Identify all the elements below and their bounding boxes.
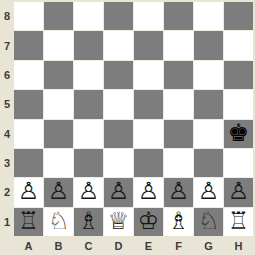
square-b6[interactable] xyxy=(44,61,73,89)
square-g8[interactable] xyxy=(194,2,223,30)
chess-diagram: 87654321 ♚♙♙♙♙♙♙♙♙♖♘♗♕♔♗♘♖ ABCDEFGH xyxy=(0,0,255,255)
square-e2[interactable]: ♙ xyxy=(134,178,163,206)
square-c8[interactable] xyxy=(74,2,103,30)
square-a4[interactable] xyxy=(14,120,43,148)
file-label-g: G xyxy=(194,236,223,255)
square-f1[interactable]: ♗ xyxy=(164,208,193,236)
file-label-a: A xyxy=(14,236,43,255)
square-h1[interactable]: ♖ xyxy=(224,208,253,236)
square-f2[interactable]: ♙ xyxy=(164,178,193,206)
square-h6[interactable] xyxy=(224,61,253,89)
piece-white-pawn[interactable]: ♙ xyxy=(198,179,220,203)
piece-white-king[interactable]: ♔ xyxy=(138,209,160,233)
square-e1[interactable]: ♔ xyxy=(134,208,163,236)
square-f6[interactable] xyxy=(164,61,193,89)
piece-white-pawn[interactable]: ♙ xyxy=(78,179,100,203)
file-label-e: E xyxy=(134,236,163,255)
square-e7[interactable] xyxy=(134,31,163,59)
square-h3[interactable] xyxy=(224,149,253,177)
square-g3[interactable] xyxy=(194,149,223,177)
square-g6[interactable] xyxy=(194,61,223,89)
square-b3[interactable] xyxy=(44,149,73,177)
square-f7[interactable] xyxy=(164,31,193,59)
rank-label-8: 8 xyxy=(0,2,14,30)
square-h4[interactable]: ♚ xyxy=(224,120,253,148)
square-h7[interactable] xyxy=(224,31,253,59)
square-c6[interactable] xyxy=(74,61,103,89)
square-a6[interactable] xyxy=(14,61,43,89)
piece-white-pawn[interactable]: ♙ xyxy=(48,179,70,203)
square-d4[interactable] xyxy=(104,120,133,148)
square-g4[interactable] xyxy=(194,120,223,148)
square-d6[interactable] xyxy=(104,61,133,89)
square-c7[interactable] xyxy=(74,31,103,59)
rank-labels: 87654321 xyxy=(0,2,14,236)
square-f8[interactable] xyxy=(164,2,193,30)
piece-white-pawn[interactable]: ♙ xyxy=(108,179,130,203)
square-a2[interactable]: ♙ xyxy=(14,178,43,206)
square-a3[interactable] xyxy=(14,149,43,177)
square-g5[interactable] xyxy=(194,90,223,118)
piece-white-knight[interactable]: ♘ xyxy=(198,209,220,233)
square-b2[interactable]: ♙ xyxy=(44,178,73,206)
square-c2[interactable]: ♙ xyxy=(74,178,103,206)
file-labels: ABCDEFGH xyxy=(14,236,253,255)
square-b7[interactable] xyxy=(44,31,73,59)
square-d7[interactable] xyxy=(104,31,133,59)
square-b8[interactable] xyxy=(44,2,73,30)
square-c3[interactable] xyxy=(74,149,103,177)
square-d8[interactable] xyxy=(104,2,133,30)
piece-white-rook[interactable]: ♖ xyxy=(228,209,250,233)
rank-label-4: 4 xyxy=(0,120,14,148)
file-label-c: C xyxy=(74,236,103,255)
square-b5[interactable] xyxy=(44,90,73,118)
square-e8[interactable] xyxy=(134,2,163,30)
piece-white-knight[interactable]: ♘ xyxy=(48,209,70,233)
piece-white-pawn[interactable]: ♙ xyxy=(228,179,250,203)
file-label-d: D xyxy=(104,236,133,255)
rank-label-7: 7 xyxy=(0,31,14,59)
square-c4[interactable] xyxy=(74,120,103,148)
square-b1[interactable]: ♘ xyxy=(44,208,73,236)
piece-white-bishop[interactable]: ♗ xyxy=(78,209,100,233)
square-b4[interactable] xyxy=(44,120,73,148)
square-h5[interactable] xyxy=(224,90,253,118)
piece-white-pawn[interactable]: ♙ xyxy=(138,179,160,203)
rank-label-6: 6 xyxy=(0,61,14,89)
square-c1[interactable]: ♗ xyxy=(74,208,103,236)
square-h2[interactable]: ♙ xyxy=(224,178,253,206)
file-label-h: H xyxy=(224,236,253,255)
rank-label-5: 5 xyxy=(0,90,14,118)
piece-white-rook[interactable]: ♖ xyxy=(18,209,40,233)
piece-white-bishop[interactable]: ♗ xyxy=(168,209,190,233)
square-g1[interactable]: ♘ xyxy=(194,208,223,236)
square-f3[interactable] xyxy=(164,149,193,177)
piece-white-queen[interactable]: ♕ xyxy=(108,209,130,233)
square-a1[interactable]: ♖ xyxy=(14,208,43,236)
square-e4[interactable] xyxy=(134,120,163,148)
file-label-b: B xyxy=(44,236,73,255)
square-d3[interactable] xyxy=(104,149,133,177)
square-a7[interactable] xyxy=(14,31,43,59)
rank-label-3: 3 xyxy=(0,149,14,177)
piece-black-king[interactable]: ♚ xyxy=(228,121,250,145)
square-e5[interactable] xyxy=(134,90,163,118)
square-g2[interactable]: ♙ xyxy=(194,178,223,206)
square-e6[interactable] xyxy=(134,61,163,89)
piece-white-pawn[interactable]: ♙ xyxy=(168,179,190,203)
piece-white-pawn[interactable]: ♙ xyxy=(18,179,40,203)
square-c5[interactable] xyxy=(74,90,103,118)
square-e3[interactable] xyxy=(134,149,163,177)
square-d2[interactable]: ♙ xyxy=(104,178,133,206)
square-d5[interactable] xyxy=(104,90,133,118)
rank-label-1: 1 xyxy=(0,208,14,236)
square-f4[interactable] xyxy=(164,120,193,148)
square-d1[interactable]: ♕ xyxy=(104,208,133,236)
chess-board: ♚♙♙♙♙♙♙♙♙♖♘♗♕♔♗♘♖ xyxy=(14,2,253,236)
square-g7[interactable] xyxy=(194,31,223,59)
square-h8[interactable] xyxy=(224,2,253,30)
file-label-f: F xyxy=(164,236,193,255)
rank-label-2: 2 xyxy=(0,178,14,206)
square-f5[interactable] xyxy=(164,90,193,118)
square-a5[interactable] xyxy=(14,90,43,118)
square-a8[interactable] xyxy=(14,2,43,30)
